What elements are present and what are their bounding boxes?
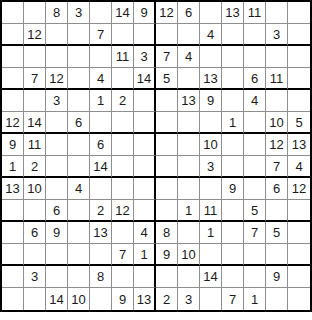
cell-r14c12[interactable]: 1 (244, 288, 266, 310)
cell-r13c9[interactable] (178, 266, 200, 288)
cell-r3c10[interactable] (200, 46, 222, 68)
cell-r14c4[interactable]: 10 (68, 288, 90, 310)
cell-r12c7[interactable]: 1 (134, 244, 156, 266)
cell-r10c3[interactable]: 6 (46, 200, 68, 222)
cell-r11c5[interactable]: 13 (90, 222, 112, 244)
cell-r10c10[interactable]: 11 (200, 200, 222, 222)
cell-r10c4[interactable] (68, 200, 90, 222)
cell-r13c5[interactable]: 8 (90, 266, 112, 288)
cell-r9c11[interactable]: 9 (222, 178, 244, 200)
cell-r4c3[interactable]: 12 (46, 68, 68, 90)
cell-r4c6[interactable] (112, 68, 134, 90)
cell-r2c9[interactable] (178, 24, 200, 46)
cell-r14c1[interactable] (2, 288, 24, 310)
cell-r13c4[interactable] (68, 266, 90, 288)
cell-r5c8[interactable] (156, 90, 178, 112)
cell-r12c12[interactable] (244, 244, 266, 266)
cell-r7c4[interactable] (68, 134, 90, 156)
cell-r14c10[interactable] (200, 288, 222, 310)
cell-r6c6[interactable] (112, 112, 134, 134)
cell-r7c3[interactable] (46, 134, 68, 156)
cell-r5c10[interactable]: 9 (200, 90, 222, 112)
cell-r3c14[interactable] (288, 46, 310, 68)
cell-r14c9[interactable]: 3 (178, 288, 200, 310)
cell-r12c13[interactable] (266, 244, 288, 266)
cell-r4c10[interactable]: 13 (200, 68, 222, 90)
cell-r12c1[interactable] (2, 244, 24, 266)
cell-r13c14[interactable] (288, 266, 310, 288)
cell-r11c3[interactable]: 9 (46, 222, 68, 244)
cell-r8c3[interactable] (46, 156, 68, 178)
cell-r1c13[interactable] (266, 2, 288, 24)
cell-r12c8[interactable]: 9 (156, 244, 178, 266)
cell-r13c2[interactable]: 3 (24, 266, 46, 288)
cell-r6c5[interactable] (90, 112, 112, 134)
cell-r12c5[interactable] (90, 244, 112, 266)
cell-r8c13[interactable]: 7 (266, 156, 288, 178)
cell-r6c7[interactable] (134, 112, 156, 134)
cell-r6c9[interactable] (178, 112, 200, 134)
cell-r13c3[interactable] (46, 266, 68, 288)
cell-r8c9[interactable] (178, 156, 200, 178)
cell-r6c11[interactable]: 1 (222, 112, 244, 134)
cell-r5c12[interactable]: 4 (244, 90, 266, 112)
cell-r13c1[interactable] (2, 266, 24, 288)
cell-r3c7[interactable]: 3 (134, 46, 156, 68)
cell-r10c12[interactable]: 5 (244, 200, 266, 222)
cell-r1c2[interactable] (24, 2, 46, 24)
cell-r7c2[interactable]: 11 (24, 134, 46, 156)
cell-r9c6[interactable] (112, 178, 134, 200)
cell-r1c5[interactable] (90, 2, 112, 24)
cell-r10c9[interactable]: 1 (178, 200, 200, 222)
cell-r14c8[interactable]: 2 (156, 288, 178, 310)
cell-r7c10[interactable]: 10 (200, 134, 222, 156)
cell-r1c6[interactable]: 14 (112, 2, 134, 24)
cell-r4c7[interactable]: 14 (134, 68, 156, 90)
cell-r6c10[interactable] (200, 112, 222, 134)
cell-r10c2[interactable] (24, 200, 46, 222)
cell-r9c12[interactable] (244, 178, 266, 200)
cell-r1c8[interactable]: 12 (156, 2, 178, 24)
cell-r5c4[interactable] (68, 90, 90, 112)
cell-r1c9[interactable]: 6 (178, 2, 200, 24)
cell-r7c8[interactable] (156, 134, 178, 156)
cell-r8c10[interactable]: 3 (200, 156, 222, 178)
cell-r3c1[interactable] (2, 46, 24, 68)
cell-r11c2[interactable]: 6 (24, 222, 46, 244)
cell-r4c14[interactable] (288, 68, 310, 90)
cell-r7c1[interactable]: 9 (2, 134, 24, 156)
cell-r6c3[interactable] (46, 112, 68, 134)
cell-r4c1[interactable] (2, 68, 24, 90)
cell-r3c8[interactable]: 7 (156, 46, 178, 68)
cell-r2c7[interactable] (134, 24, 156, 46)
cell-r3c5[interactable] (90, 46, 112, 68)
cell-r8c6[interactable] (112, 156, 134, 178)
cell-r10c5[interactable]: 2 (90, 200, 112, 222)
cell-r12c3[interactable] (46, 244, 68, 266)
cell-r12c2[interactable] (24, 244, 46, 266)
cell-r8c7[interactable] (134, 156, 156, 178)
cell-r13c8[interactable] (156, 266, 178, 288)
cell-r2c12[interactable] (244, 24, 266, 46)
cell-r4c11[interactable] (222, 68, 244, 90)
cell-r4c8[interactable]: 5 (156, 68, 178, 90)
cell-r2c3[interactable] (46, 24, 68, 46)
cell-r9c5[interactable] (90, 178, 112, 200)
cell-r4c4[interactable] (68, 68, 90, 90)
cell-r13c6[interactable] (112, 266, 134, 288)
cell-r1c3[interactable]: 8 (46, 2, 68, 24)
cell-r11c12[interactable]: 7 (244, 222, 266, 244)
cell-r10c7[interactable] (134, 200, 156, 222)
cell-r1c10[interactable] (200, 2, 222, 24)
cell-r2c5[interactable]: 7 (90, 24, 112, 46)
cell-r8c4[interactable] (68, 156, 90, 178)
cell-r7c11[interactable] (222, 134, 244, 156)
cell-r5c5[interactable]: 1 (90, 90, 112, 112)
cell-r5c14[interactable] (288, 90, 310, 112)
cell-r2c10[interactable]: 4 (200, 24, 222, 46)
cell-r12c4[interactable] (68, 244, 90, 266)
cell-r5c6[interactable]: 2 (112, 90, 134, 112)
cell-r8c5[interactable]: 14 (90, 156, 112, 178)
cell-r14c5[interactable] (90, 288, 112, 310)
cell-r8c11[interactable] (222, 156, 244, 178)
cell-r2c11[interactable] (222, 24, 244, 46)
cell-r13c7[interactable] (134, 266, 156, 288)
cell-r11c1[interactable] (2, 222, 24, 244)
cell-r10c6[interactable]: 12 (112, 200, 134, 222)
cell-r12c11[interactable] (222, 244, 244, 266)
cell-r9c4[interactable]: 4 (68, 178, 90, 200)
cell-r8c8[interactable] (156, 156, 178, 178)
cell-r10c1[interactable] (2, 200, 24, 222)
cell-r9c7[interactable] (134, 178, 156, 200)
cell-r6c13[interactable]: 10 (266, 112, 288, 134)
cell-r10c11[interactable] (222, 200, 244, 222)
cell-r6c4[interactable]: 6 (68, 112, 90, 134)
cell-r13c11[interactable] (222, 266, 244, 288)
cell-r1c11[interactable]: 13 (222, 2, 244, 24)
cell-r1c7[interactable]: 9 (134, 2, 156, 24)
cell-r3c6[interactable]: 11 (112, 46, 134, 68)
cell-r9c3[interactable] (46, 178, 68, 200)
cell-r4c12[interactable]: 6 (244, 68, 266, 90)
cell-r10c14[interactable] (288, 200, 310, 222)
cell-r11c10[interactable]: 1 (200, 222, 222, 244)
cell-r2c14[interactable] (288, 24, 310, 46)
cell-r5c9[interactable]: 13 (178, 90, 200, 112)
cell-r2c1[interactable] (2, 24, 24, 46)
cell-r10c13[interactable] (266, 200, 288, 222)
sudoku-board: 8314912613111274311374712414513611312139… (0, 0, 312, 312)
cell-r9c1[interactable]: 13 (2, 178, 24, 200)
cell-r2c4[interactable] (68, 24, 90, 46)
cell-r1c14[interactable] (288, 2, 310, 24)
cell-r6c8[interactable] (156, 112, 178, 134)
cell-r7c12[interactable] (244, 134, 266, 156)
cell-r9c14[interactable]: 12 (288, 178, 310, 200)
cell-r12c9[interactable]: 10 (178, 244, 200, 266)
cell-r2c8[interactable] (156, 24, 178, 46)
cell-r3c3[interactable] (46, 46, 68, 68)
cell-r14c14[interactable] (288, 288, 310, 310)
cell-r5c1[interactable] (2, 90, 24, 112)
cell-r6c2[interactable]: 14 (24, 112, 46, 134)
cell-r12c14[interactable] (288, 244, 310, 266)
cell-r1c12[interactable]: 11 (244, 2, 266, 24)
cell-r3c13[interactable] (266, 46, 288, 68)
cell-r6c12[interactable] (244, 112, 266, 134)
cell-r6c14[interactable]: 5 (288, 112, 310, 134)
cell-r2c13[interactable]: 3 (266, 24, 288, 46)
cell-r5c3[interactable]: 3 (46, 90, 68, 112)
cell-r8c1[interactable]: 1 (2, 156, 24, 178)
cell-r11c8[interactable]: 8 (156, 222, 178, 244)
cell-r3c9[interactable]: 4 (178, 46, 200, 68)
cell-r11c11[interactable] (222, 222, 244, 244)
cell-r3c12[interactable] (244, 46, 266, 68)
cell-r13c10[interactable]: 14 (200, 266, 222, 288)
cell-r7c14[interactable]: 13 (288, 134, 310, 156)
cell-r10c8[interactable] (156, 200, 178, 222)
cell-r9c8[interactable] (156, 178, 178, 200)
cell-r14c11[interactable]: 7 (222, 288, 244, 310)
cell-r14c2[interactable] (24, 288, 46, 310)
cell-r2c6[interactable] (112, 24, 134, 46)
cell-r8c14[interactable]: 4 (288, 156, 310, 178)
cell-r4c13[interactable]: 11 (266, 68, 288, 90)
cell-r14c6[interactable]: 9 (112, 288, 134, 310)
cell-r1c4[interactable]: 3 (68, 2, 90, 24)
cell-r4c9[interactable] (178, 68, 200, 90)
cell-r13c12[interactable] (244, 266, 266, 288)
cell-r11c6[interactable] (112, 222, 134, 244)
cell-r1c1[interactable] (2, 2, 24, 24)
cell-r14c7[interactable]: 13 (134, 288, 156, 310)
cell-r3c2[interactable] (24, 46, 46, 68)
cell-r11c7[interactable]: 4 (134, 222, 156, 244)
cell-r11c9[interactable] (178, 222, 200, 244)
cell-r14c3[interactable]: 14 (46, 288, 68, 310)
cell-r3c11[interactable] (222, 46, 244, 68)
cell-r7c6[interactable] (112, 134, 134, 156)
cell-r9c10[interactable] (200, 178, 222, 200)
cell-r5c11[interactable] (222, 90, 244, 112)
cell-r7c9[interactable] (178, 134, 200, 156)
cell-r7c5[interactable]: 6 (90, 134, 112, 156)
cell-r7c7[interactable] (134, 134, 156, 156)
cell-r7c13[interactable]: 12 (266, 134, 288, 156)
cell-r5c7[interactable] (134, 90, 156, 112)
cell-r13c13[interactable]: 9 (266, 266, 288, 288)
cell-r8c2[interactable]: 2 (24, 156, 46, 178)
cell-r11c13[interactable]: 5 (266, 222, 288, 244)
cell-r6c1[interactable]: 12 (2, 112, 24, 134)
cell-r12c6[interactable]: 7 (112, 244, 134, 266)
cell-r9c9[interactable] (178, 178, 200, 200)
cell-r5c2[interactable] (24, 90, 46, 112)
cell-r4c5[interactable]: 4 (90, 68, 112, 90)
cell-r9c2[interactable]: 10 (24, 178, 46, 200)
cell-r8c12[interactable] (244, 156, 266, 178)
cell-r11c4[interactable] (68, 222, 90, 244)
cell-r12c10[interactable] (200, 244, 222, 266)
cell-r11c14[interactable] (288, 222, 310, 244)
cell-r4c2[interactable]: 7 (24, 68, 46, 90)
cell-r3c4[interactable] (68, 46, 90, 68)
cell-r14c13[interactable] (266, 288, 288, 310)
cell-r2c2[interactable]: 12 (24, 24, 46, 46)
cell-r9c13[interactable]: 6 (266, 178, 288, 200)
cell-r5c13[interactable] (266, 90, 288, 112)
